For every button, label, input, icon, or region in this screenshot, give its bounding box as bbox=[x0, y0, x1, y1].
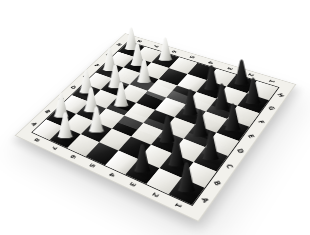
chessboard-photo: 87654321 87654321 HGFEDCBA HGFEDCBA bbox=[0, 0, 310, 235]
board-grid bbox=[31, 41, 279, 206]
roll-up-chess-mat: 87654321 87654321 HGFEDCBA HGFEDCBA bbox=[15, 34, 297, 223]
scene: 87654321 87654321 HGFEDCBA HGFEDCBA bbox=[0, 0, 310, 235]
